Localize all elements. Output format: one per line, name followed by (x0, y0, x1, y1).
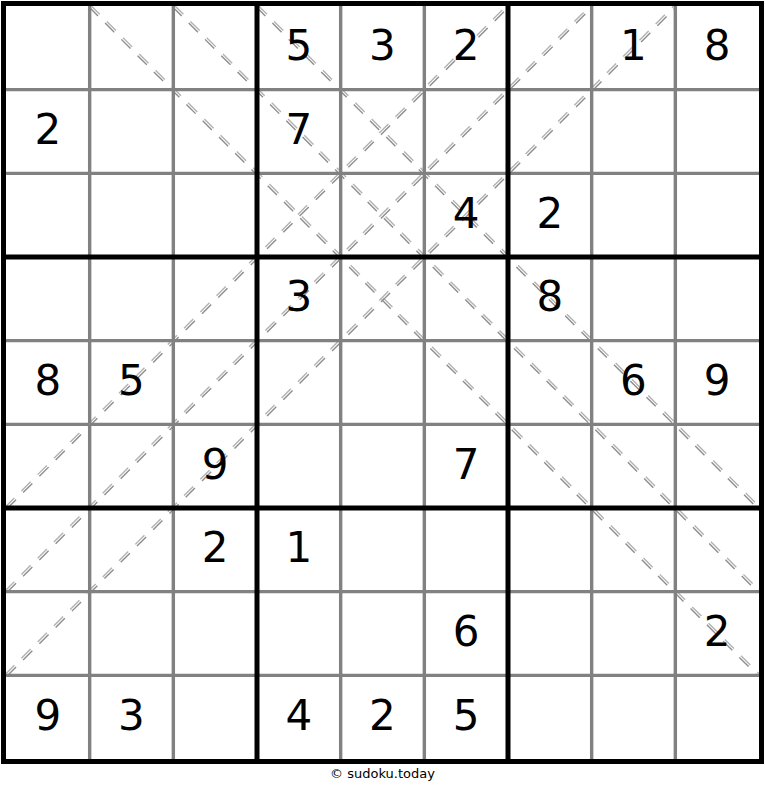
cell-r7c4[interactable]: 1 (257, 506, 341, 590)
cell-r7c5[interactable] (341, 506, 425, 590)
cell-r9c4[interactable]: 4 (257, 673, 341, 757)
cell-r9c1[interactable]: 9 (6, 673, 90, 757)
cell-r1c6[interactable]: 2 (424, 4, 508, 88)
cell-r4c6[interactable] (424, 255, 508, 339)
cell-r4c5[interactable] (341, 255, 425, 339)
cell-r5c2[interactable]: 5 (90, 339, 174, 423)
cell-r9c3[interactable] (173, 673, 257, 757)
cell-r7c3[interactable]: 2 (173, 506, 257, 590)
cell-r9c9[interactable] (675, 673, 759, 757)
cell-r7c7[interactable] (508, 506, 592, 590)
cell-r8c6[interactable]: 6 (424, 590, 508, 674)
cell-r1c9[interactable]: 8 (675, 4, 759, 88)
cell-r5c9[interactable]: 9 (675, 339, 759, 423)
cell-r2c7[interactable] (508, 88, 592, 172)
cell-r2c6[interactable] (424, 88, 508, 172)
cell-r5c3[interactable] (173, 339, 257, 423)
cell-r1c1[interactable] (6, 4, 90, 88)
cell-r8c2[interactable] (90, 590, 174, 674)
cell-r5c1[interactable]: 8 (6, 339, 90, 423)
cell-r7c8[interactable] (592, 506, 676, 590)
cell-r7c9[interactable] (675, 506, 759, 590)
cell-r2c1[interactable]: 2 (6, 88, 90, 172)
cell-r3c1[interactable] (6, 171, 90, 255)
cell-r6c6[interactable]: 7 (424, 422, 508, 506)
cell-r4c9[interactable] (675, 255, 759, 339)
cell-r2c5[interactable] (341, 88, 425, 172)
cell-r5c6[interactable] (424, 339, 508, 423)
cell-r3c8[interactable] (592, 171, 676, 255)
cell-r9c5[interactable]: 2 (341, 673, 425, 757)
cell-r4c4[interactable]: 3 (257, 255, 341, 339)
cell-r6c5[interactable] (341, 422, 425, 506)
cell-r4c7[interactable]: 8 (508, 255, 592, 339)
cell-r8c7[interactable] (508, 590, 592, 674)
cell-r3c7[interactable]: 2 (508, 171, 592, 255)
cell-r3c2[interactable] (90, 171, 174, 255)
cell-r2c4[interactable]: 7 (257, 88, 341, 172)
copyright-caption: © sudoku.today (0, 766, 765, 781)
cell-r2c8[interactable] (592, 88, 676, 172)
cell-r5c4[interactable] (257, 339, 341, 423)
cell-r1c3[interactable] (173, 4, 257, 88)
cell-r8c1[interactable] (6, 590, 90, 674)
cell-r1c5[interactable]: 3 (341, 4, 425, 88)
cell-r8c8[interactable] (592, 590, 676, 674)
cell-r6c8[interactable] (592, 422, 676, 506)
cell-r1c7[interactable] (508, 4, 592, 88)
cell-r4c1[interactable] (6, 255, 90, 339)
cell-r6c1[interactable] (6, 422, 90, 506)
cell-r9c2[interactable]: 3 (90, 673, 174, 757)
cell-r8c9[interactable]: 2 (675, 590, 759, 674)
cell-r2c9[interactable] (675, 88, 759, 172)
cell-layer: 53218274238856997216293425 (6, 6, 759, 759)
cell-r8c5[interactable] (341, 590, 425, 674)
cell-r6c7[interactable] (508, 422, 592, 506)
cell-r2c3[interactable] (173, 88, 257, 172)
cell-r3c6[interactable]: 4 (424, 171, 508, 255)
cell-r9c7[interactable] (508, 673, 592, 757)
cell-r7c2[interactable] (90, 506, 174, 590)
cell-r1c2[interactable] (90, 4, 174, 88)
cell-r4c2[interactable] (90, 255, 174, 339)
sudoku-board: 53218274238856997216293425 (1, 1, 764, 764)
cell-r9c8[interactable] (592, 673, 676, 757)
cell-r5c7[interactable] (508, 339, 592, 423)
cell-r6c9[interactable] (675, 422, 759, 506)
cell-r5c8[interactable]: 6 (592, 339, 676, 423)
cell-r3c5[interactable] (341, 171, 425, 255)
cell-r8c4[interactable] (257, 590, 341, 674)
cell-r7c1[interactable] (6, 506, 90, 590)
cell-r6c3[interactable]: 9 (173, 422, 257, 506)
cell-r3c3[interactable] (173, 171, 257, 255)
cell-r8c3[interactable] (173, 590, 257, 674)
cell-r9c6[interactable]: 5 (424, 673, 508, 757)
cell-r3c4[interactable] (257, 171, 341, 255)
cell-r2c2[interactable] (90, 88, 174, 172)
cell-r4c3[interactable] (173, 255, 257, 339)
cell-r6c2[interactable] (90, 422, 174, 506)
cell-r5c5[interactable] (341, 339, 425, 423)
cell-r6c4[interactable] (257, 422, 341, 506)
cell-r7c6[interactable] (424, 506, 508, 590)
cell-r4c8[interactable] (592, 255, 676, 339)
cell-r1c4[interactable]: 5 (257, 4, 341, 88)
cell-r1c8[interactable]: 1 (592, 4, 676, 88)
cell-r3c9[interactable] (675, 171, 759, 255)
